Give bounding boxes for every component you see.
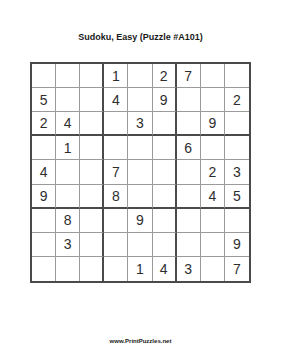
- sudoku-cell-r1c4: 1: [104, 64, 128, 88]
- sudoku-cell-r9c7: 3: [177, 257, 201, 281]
- page-title: Sudoku, Easy (Puzzle #A101): [0, 32, 281, 42]
- sudoku-page: Sudoku, Easy (Puzzle #A101) 127549224391…: [0, 0, 281, 363]
- sudoku-cell-r9c3: [80, 257, 104, 281]
- sudoku-cell-r6c8: 4: [201, 185, 225, 209]
- sudoku-cell-r4c5: [128, 136, 152, 160]
- sudoku-cell-r2c6: 9: [153, 88, 177, 112]
- footer-url: www.PrintPuzzles.net: [0, 338, 281, 344]
- sudoku-cell-r4c2: 1: [56, 136, 80, 160]
- sudoku-cell-r3c6: [153, 112, 177, 136]
- sudoku-cell-r8c9: 9: [225, 233, 249, 257]
- sudoku-cell-r5c7: [177, 160, 201, 184]
- sudoku-cell-r9c8: [201, 257, 225, 281]
- sudoku-cell-r4c6: [153, 136, 177, 160]
- sudoku-cell-r5c6: [153, 160, 177, 184]
- sudoku-cell-r7c9: [225, 209, 249, 233]
- sudoku-cell-r3c7: [177, 112, 201, 136]
- sudoku-grid: 12754922439164723984589391437: [30, 62, 251, 283]
- sudoku-cell-r3c5: 3: [128, 112, 152, 136]
- sudoku-cell-r8c5: [128, 233, 152, 257]
- sudoku-cell-r6c9: 5: [225, 185, 249, 209]
- sudoku-cell-r1c7: 7: [177, 64, 201, 88]
- sudoku-cell-r5c4: 7: [104, 160, 128, 184]
- sudoku-cell-r3c1: 2: [32, 112, 56, 136]
- sudoku-cell-r4c4: [104, 136, 128, 160]
- sudoku-cell-r7c3: [80, 209, 104, 233]
- sudoku-cell-r8c4: [104, 233, 128, 257]
- sudoku-cell-r2c2: [56, 88, 80, 112]
- sudoku-cell-r5c9: 3: [225, 160, 249, 184]
- sudoku-cell-r2c3: [80, 88, 104, 112]
- sudoku-cell-r2c4: 4: [104, 88, 128, 112]
- sudoku-cell-r7c4: [104, 209, 128, 233]
- sudoku-cell-r3c3: [80, 112, 104, 136]
- sudoku-cell-r8c3: [80, 233, 104, 257]
- sudoku-cell-r7c8: [201, 209, 225, 233]
- sudoku-cell-r7c6: [153, 209, 177, 233]
- sudoku-cell-r7c2: 8: [56, 209, 80, 233]
- sudoku-cell-r9c6: 4: [153, 257, 177, 281]
- sudoku-cell-r6c5: [128, 185, 152, 209]
- sudoku-cell-r4c8: [201, 136, 225, 160]
- sudoku-cell-r2c8: [201, 88, 225, 112]
- sudoku-cell-r4c7: 6: [177, 136, 201, 160]
- sudoku-cell-r8c6: [153, 233, 177, 257]
- sudoku-cell-r6c7: [177, 185, 201, 209]
- sudoku-cell-r5c1: 4: [32, 160, 56, 184]
- sudoku-cell-r4c1: [32, 136, 56, 160]
- sudoku-cell-r1c1: [32, 64, 56, 88]
- sudoku-cell-r7c1: [32, 209, 56, 233]
- sudoku-cell-r7c7: [177, 209, 201, 233]
- sudoku-cell-r8c1: [32, 233, 56, 257]
- sudoku-cell-r6c3: [80, 185, 104, 209]
- sudoku-cell-r8c8: [201, 233, 225, 257]
- sudoku-cell-r1c2: [56, 64, 80, 88]
- sudoku-cell-r8c7: [177, 233, 201, 257]
- sudoku-cell-r5c8: 2: [201, 160, 225, 184]
- sudoku-cell-r9c9: 7: [225, 257, 249, 281]
- sudoku-cell-r9c4: [104, 257, 128, 281]
- sudoku-cell-r8c2: 3: [56, 233, 80, 257]
- sudoku-cell-r2c9: 2: [225, 88, 249, 112]
- sudoku-cell-r4c9: [225, 136, 249, 160]
- sudoku-cell-r9c2: [56, 257, 80, 281]
- sudoku-cell-r6c4: 8: [104, 185, 128, 209]
- sudoku-cell-r6c1: 9: [32, 185, 56, 209]
- sudoku-cell-r4c3: [80, 136, 104, 160]
- sudoku-cell-r7c5: 9: [128, 209, 152, 233]
- sudoku-cell-r9c1: [32, 257, 56, 281]
- sudoku-cell-r2c7: [177, 88, 201, 112]
- sudoku-cell-r5c3: [80, 160, 104, 184]
- sudoku-cell-r5c2: [56, 160, 80, 184]
- sudoku-cell-r3c9: [225, 112, 249, 136]
- sudoku-cell-r3c8: 9: [201, 112, 225, 136]
- sudoku-cell-r3c4: [104, 112, 128, 136]
- sudoku-cell-r2c5: [128, 88, 152, 112]
- sudoku-cell-r1c8: [201, 64, 225, 88]
- sudoku-cell-r1c5: [128, 64, 152, 88]
- sudoku-cell-r6c2: [56, 185, 80, 209]
- sudoku-cell-r9c5: 1: [128, 257, 152, 281]
- sudoku-cell-r6c6: [153, 185, 177, 209]
- sudoku-cell-r1c6: 2: [153, 64, 177, 88]
- sudoku-cell-r2c1: 5: [32, 88, 56, 112]
- sudoku-cell-r5c5: [128, 160, 152, 184]
- sudoku-cell-r1c9: [225, 64, 249, 88]
- sudoku-cell-r1c3: [80, 64, 104, 88]
- sudoku-cell-r3c2: 4: [56, 112, 80, 136]
